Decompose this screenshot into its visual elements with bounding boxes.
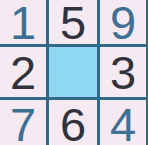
sudoku-grid: 1 5 9 2 3 7 6 4 <box>0 0 148 145</box>
cell-r1c3[interactable]: 9 <box>100 0 146 44</box>
sudoku-board-viewport: 1 5 9 2 3 7 6 4 <box>0 0 148 145</box>
cell-r2c3[interactable]: 3 <box>100 47 146 97</box>
cell-r1c2[interactable]: 5 <box>49 0 97 44</box>
cell-r3c2[interactable]: 6 <box>49 100 97 145</box>
cell-r1c1[interactable]: 1 <box>0 0 46 44</box>
cell-r3c3[interactable]: 4 <box>100 100 146 145</box>
cell-r2c1[interactable]: 2 <box>0 47 46 97</box>
cell-r3c1[interactable]: 7 <box>0 100 46 145</box>
cell-r2c2-selected[interactable] <box>49 47 97 97</box>
